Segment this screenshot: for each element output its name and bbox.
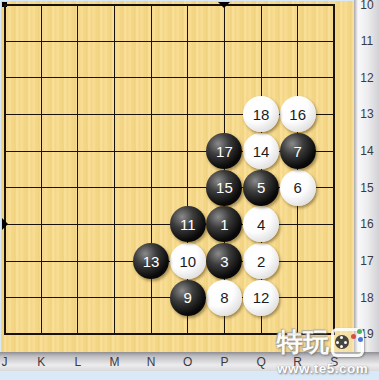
stone-white-move-16-R13: 16 xyxy=(280,96,316,132)
grid-vline-M xyxy=(114,4,115,336)
row-label-19: 19 xyxy=(355,328,379,340)
grid-hline-19 xyxy=(4,333,336,335)
row-label-17: 17 xyxy=(355,255,379,267)
column-label-N: N xyxy=(139,356,163,368)
row-label-12: 12 xyxy=(355,72,379,84)
stone-white-move-10-O17: 10 xyxy=(170,243,206,279)
grid-vline-L xyxy=(77,4,78,336)
grid-vline-J xyxy=(4,4,6,336)
stone-black-move-1-P16: 1 xyxy=(206,206,242,242)
stone-white-move-14-Q14: 14 xyxy=(243,133,279,169)
left-edge-marker-row-16 xyxy=(2,218,8,230)
stone-white-move-18-Q13: 18 xyxy=(243,96,279,132)
stone-black-move-5-Q15: 5 xyxy=(243,170,279,206)
stone-black-move-15-P15: 15 xyxy=(206,170,242,206)
stone-white-move-4-Q16: 4 xyxy=(243,206,279,242)
move-number: 11 xyxy=(180,217,196,232)
stone-white-move-2-Q17: 2 xyxy=(243,243,279,279)
row-label-15: 15 xyxy=(355,182,379,194)
grid-hline-11 xyxy=(4,41,336,42)
stone-black-move-7-R14: 7 xyxy=(280,133,316,169)
move-number: 13 xyxy=(143,254,160,269)
column-label-L: L xyxy=(66,356,90,368)
column-label-Q: Q xyxy=(249,356,273,368)
column-label-P: P xyxy=(212,356,236,368)
column-label-S: S xyxy=(322,356,346,368)
column-label-J: J xyxy=(0,356,17,368)
column-label-O: O xyxy=(176,356,200,368)
column-label-M: M xyxy=(102,356,126,368)
stone-white-move-6-R15: 6 xyxy=(280,170,316,206)
move-number: 14 xyxy=(253,144,270,159)
move-number: 18 xyxy=(253,107,270,122)
column-label-R: R xyxy=(286,356,310,368)
move-number: 2 xyxy=(257,254,265,269)
grid-vline-K xyxy=(41,4,42,336)
move-number: 7 xyxy=(294,144,302,159)
stone-black-move-11-O16: 11 xyxy=(170,206,206,242)
move-number: 17 xyxy=(216,144,233,159)
move-number: 10 xyxy=(179,254,196,269)
move-number: 5 xyxy=(257,180,265,195)
row-label-14: 14 xyxy=(355,145,379,157)
row-label-16: 16 xyxy=(355,218,379,230)
stone-black-move-13-N17: 13 xyxy=(133,243,169,279)
row-label-11: 11 xyxy=(355,35,379,47)
row-label-18: 18 xyxy=(355,292,379,304)
move-number: 1 xyxy=(220,217,228,232)
move-number: 4 xyxy=(257,217,265,232)
top-edge-marker-col-P xyxy=(218,2,230,8)
column-label-K: K xyxy=(29,356,53,368)
grid-hline-10 xyxy=(4,4,336,6)
stone-white-move-12-Q18: 12 xyxy=(243,280,279,316)
stone-black-move-17-P14: 17 xyxy=(206,133,242,169)
column-coordinate-strip: JKLMNOPQRS xyxy=(0,352,379,371)
move-number: 3 xyxy=(220,254,228,269)
stone-black-move-9-O18: 9 xyxy=(170,280,206,316)
grid-vline-N xyxy=(151,4,152,336)
grid-hline-12 xyxy=(4,77,336,78)
row-label-10: 10 xyxy=(355,0,379,11)
grid-vline-S xyxy=(333,4,335,336)
move-number: 16 xyxy=(289,107,306,122)
move-number: 6 xyxy=(294,180,302,195)
move-number: 9 xyxy=(184,290,192,305)
stone-black-move-3-P17: 3 xyxy=(206,243,242,279)
row-coordinate-strip: 10111213141516171819 xyxy=(354,0,379,352)
go-board: 123456789101112131415161718 xyxy=(1,1,354,352)
go-diagram: 123456789101112131415161718 101112131415… xyxy=(0,0,379,380)
move-number: 12 xyxy=(253,290,270,305)
stone-white-move-8-P18: 8 xyxy=(206,280,242,316)
row-label-13: 13 xyxy=(355,108,379,120)
move-number: 15 xyxy=(216,180,233,195)
move-number: 8 xyxy=(220,290,228,305)
